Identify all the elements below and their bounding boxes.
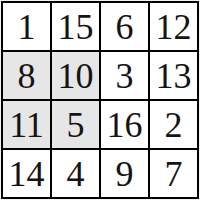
cell-r1c1: 1 [3, 3, 50, 50]
cell-r3c2: 5 [52, 101, 99, 148]
cell-r2c2: 10 [52, 52, 99, 99]
cell-r4c4: 7 [150, 150, 197, 197]
cell-r2c4: 13 [150, 52, 197, 99]
cell-r3c1: 11 [3, 101, 50, 148]
cell-r1c4: 12 [150, 3, 197, 50]
cell-r2c3: 3 [101, 52, 148, 99]
cell-r1c2: 15 [52, 3, 99, 50]
cell-r4c1: 14 [3, 150, 50, 197]
cell-r2c1: 8 [3, 52, 50, 99]
cell-r1c3: 6 [101, 3, 148, 50]
cell-r4c3: 9 [101, 150, 148, 197]
magic-square-board: 11561281031311516214497 [1, 1, 199, 199]
cell-r4c2: 4 [52, 150, 99, 197]
cell-r3c3: 16 [101, 101, 148, 148]
board-frame: 11561281031311516214497 [0, 0, 200, 200]
cell-r3c4: 2 [150, 101, 197, 148]
